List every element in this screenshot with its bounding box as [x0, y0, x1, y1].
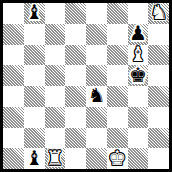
square-c2 — [45, 128, 66, 149]
chess-board-frame: ♝♞♟♝♚♞♝♜♚ — [0, 0, 172, 172]
square-h2 — [148, 128, 169, 149]
square-d2 — [65, 128, 86, 149]
square-a6 — [3, 45, 24, 66]
square-c1: ♜ — [45, 148, 66, 169]
square-e5 — [86, 65, 107, 86]
square-h3 — [148, 107, 169, 128]
square-d1 — [65, 148, 86, 169]
square-b8: ♝ — [24, 3, 45, 24]
square-c3 — [45, 107, 66, 128]
square-h6 — [148, 45, 169, 66]
square-e2 — [86, 128, 107, 149]
square-b6 — [24, 45, 45, 66]
square-a3 — [3, 107, 24, 128]
piece-white-bishop: ♝ — [129, 45, 147, 64]
square-a7 — [3, 24, 24, 45]
square-g4 — [128, 86, 149, 107]
piece-black-knight: ♞ — [87, 86, 105, 105]
square-f1: ♚ — [107, 148, 128, 169]
piece-black-king: ♚ — [129, 65, 147, 84]
square-c7 — [45, 24, 66, 45]
square-g8 — [128, 3, 149, 24]
square-b5 — [24, 65, 45, 86]
square-d5 — [65, 65, 86, 86]
square-g3 — [128, 107, 149, 128]
piece-black-bishop: ♝ — [25, 148, 43, 167]
square-b1: ♝ — [24, 148, 45, 169]
square-h7 — [148, 24, 169, 45]
square-g7: ♟ — [128, 24, 149, 45]
square-g2 — [128, 128, 149, 149]
square-e4: ♞ — [86, 86, 107, 107]
square-g1 — [128, 148, 149, 169]
square-a4 — [3, 86, 24, 107]
square-d7 — [65, 24, 86, 45]
square-c4 — [45, 86, 66, 107]
square-b2 — [24, 128, 45, 149]
square-e3 — [86, 107, 107, 128]
piece-black-pawn: ♟ — [129, 24, 147, 43]
square-a5 — [3, 65, 24, 86]
square-e1 — [86, 148, 107, 169]
square-a8 — [3, 3, 24, 24]
piece-black-bishop: ♝ — [25, 3, 43, 22]
square-c5 — [45, 65, 66, 86]
square-b3 — [24, 107, 45, 128]
square-g5: ♚ — [128, 65, 149, 86]
square-a2 — [3, 128, 24, 149]
square-b4 — [24, 86, 45, 107]
piece-white-rook: ♜ — [46, 148, 64, 167]
chess-board: ♝♞♟♝♚♞♝♜♚ — [3, 3, 169, 169]
square-e7 — [86, 24, 107, 45]
square-h1 — [148, 148, 169, 169]
square-b7 — [24, 24, 45, 45]
square-e8 — [86, 3, 107, 24]
piece-white-knight: ♞ — [150, 3, 168, 22]
square-e6 — [86, 45, 107, 66]
square-g6: ♝ — [128, 45, 149, 66]
square-d8 — [65, 3, 86, 24]
square-d3 — [65, 107, 86, 128]
square-f7 — [107, 24, 128, 45]
square-f3 — [107, 107, 128, 128]
square-f8 — [107, 3, 128, 24]
square-f2 — [107, 128, 128, 149]
square-a1 — [3, 148, 24, 169]
square-d4 — [65, 86, 86, 107]
square-h5 — [148, 65, 169, 86]
square-c8 — [45, 3, 66, 24]
square-f6 — [107, 45, 128, 66]
square-f4 — [107, 86, 128, 107]
square-h4 — [148, 86, 169, 107]
square-d6 — [65, 45, 86, 66]
square-f5 — [107, 65, 128, 86]
square-c6 — [45, 45, 66, 66]
piece-white-king: ♚ — [108, 148, 126, 167]
square-h8: ♞ — [148, 3, 169, 24]
